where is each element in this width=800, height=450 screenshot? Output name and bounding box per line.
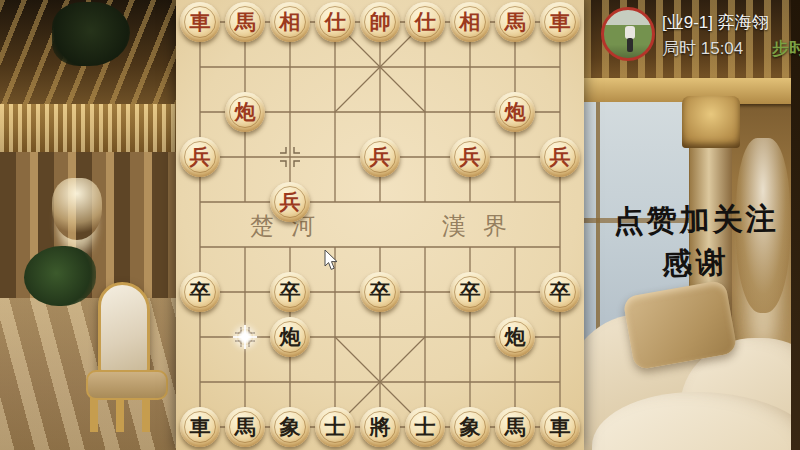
piece-red-帥[interactable]: 帥 (358, 0, 403, 45)
piece-black-炮[interactable]: 炮 (493, 315, 538, 360)
piece-black-車[interactable]: 車 (538, 405, 583, 450)
piece-black-卒[interactable]: 卒 (268, 270, 313, 315)
xiangqi-board[interactable]: 楚河 漢界 車馬相仕帥仕相馬車炮炮兵兵兵兵兵卒卒卒卒卒炮炮車馬象士將士象馬車 (176, 0, 584, 450)
piece-red-馬[interactable]: 馬 (223, 0, 268, 45)
streamer-name: [业9-1] 弈海翎 (662, 11, 769, 34)
gold-molding (0, 104, 176, 156)
gold-capital (682, 96, 740, 148)
piece-red-炮[interactable]: 炮 (493, 90, 538, 135)
chair-seat (86, 370, 168, 400)
piece-red-仕[interactable]: 仕 (403, 0, 448, 45)
piece-black-炮[interactable]: 炮 (268, 315, 313, 360)
piece-red-兵[interactable]: 兵 (358, 135, 403, 180)
step-time-label: 步时 (772, 37, 800, 60)
stream-frame: 楚河 漢界 車馬相仕帥仕相馬車炮炮兵兵兵兵兵卒卒卒卒卒炮炮車馬象士將士象馬車 [… (0, 0, 800, 450)
piece-black-象[interactable]: 象 (268, 405, 313, 450)
piece-black-車[interactable]: 車 (178, 405, 223, 450)
piece-red-車[interactable]: 車 (538, 0, 583, 45)
dark-wall-edge (791, 0, 800, 450)
piece-black-卒[interactable]: 卒 (178, 270, 223, 315)
chandelier (52, 178, 102, 240)
background-right-room (584, 0, 800, 450)
game-time: 局时 15:04 (662, 37, 743, 60)
background-left-room (0, 0, 176, 450)
piece-red-車[interactable]: 車 (178, 0, 223, 45)
crystal-sconce (736, 138, 790, 313)
piece-black-象[interactable]: 象 (448, 405, 493, 450)
piece-red-炮[interactable]: 炮 (223, 90, 268, 135)
gilded-chair (86, 282, 168, 432)
piece-red-兵[interactable]: 兵 (538, 135, 583, 180)
last-move-origin-marker (237, 329, 253, 345)
piece-black-將[interactable]: 將 (358, 405, 403, 450)
piece-red-兵[interactable]: 兵 (448, 135, 493, 180)
piece-black-馬[interactable]: 馬 (223, 405, 268, 450)
piece-black-卒[interactable]: 卒 (448, 270, 493, 315)
piece-red-兵[interactable]: 兵 (178, 135, 223, 180)
piece-red-仕[interactable]: 仕 (313, 0, 358, 45)
piece-red-相[interactable]: 相 (448, 0, 493, 45)
piece-black-士[interactable]: 士 (403, 405, 448, 450)
piece-red-相[interactable]: 相 (268, 0, 313, 45)
piece-black-卒[interactable]: 卒 (538, 270, 583, 315)
chair-back (98, 282, 150, 378)
piece-grid: 車馬相仕帥仕相馬車炮炮兵兵兵兵兵卒卒卒卒卒炮炮車馬象士將士象馬車 (178, 0, 583, 450)
piece-red-兵[interactable]: 兵 (268, 180, 313, 225)
piece-red-馬[interactable]: 馬 (493, 0, 538, 45)
chair-legs (90, 398, 164, 432)
streamer-avatar[interactable] (601, 7, 655, 61)
piece-black-馬[interactable]: 馬 (493, 405, 538, 450)
piece-black-士[interactable]: 士 (313, 405, 358, 450)
piece-black-卒[interactable]: 卒 (358, 270, 403, 315)
